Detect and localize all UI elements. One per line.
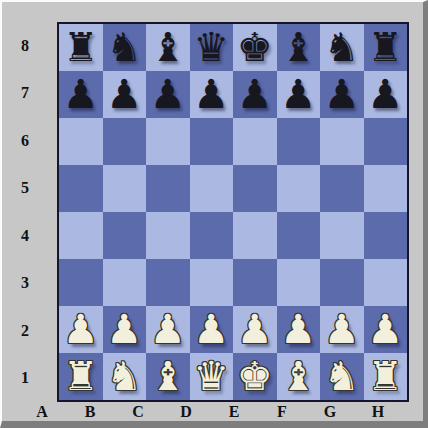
square-a4[interactable]	[59, 212, 103, 259]
square-f7[interactable]: ♟	[277, 71, 321, 118]
black-pawn-a7: ♟	[63, 74, 99, 114]
black-pawn-g7: ♟	[324, 74, 360, 114]
square-g5[interactable]	[320, 165, 364, 212]
square-f1[interactable]: ♝	[277, 353, 321, 400]
square-c8[interactable]: ♝	[146, 24, 190, 71]
square-c2[interactable]: ♟	[146, 306, 190, 353]
square-a1[interactable]: ♜	[59, 353, 103, 400]
square-f4[interactable]	[277, 212, 321, 259]
square-d6[interactable]	[190, 118, 234, 165]
square-d2[interactable]: ♟	[190, 306, 234, 353]
file-label-d: D	[162, 402, 210, 421]
file-label-h: H	[354, 402, 402, 421]
square-a2[interactable]: ♟	[59, 306, 103, 353]
square-e8[interactable]: ♚	[233, 24, 277, 71]
square-g3[interactable]	[320, 259, 364, 306]
square-c1[interactable]: ♝	[146, 353, 190, 400]
black-pawn-b7: ♟	[106, 74, 142, 114]
square-a3[interactable]	[59, 259, 103, 306]
square-g8[interactable]: ♞	[320, 24, 364, 71]
black-pawn-c7: ♟	[150, 74, 186, 114]
square-e2[interactable]: ♟	[233, 306, 277, 353]
white-rook-h1: ♜	[367, 356, 403, 396]
square-e6[interactable]	[233, 118, 277, 165]
black-queen-d8: ♛	[193, 27, 229, 67]
square-f5[interactable]	[277, 165, 321, 212]
square-g7[interactable]: ♟	[320, 71, 364, 118]
square-b1[interactable]: ♞	[103, 353, 147, 400]
square-c6[interactable]	[146, 118, 190, 165]
white-bishop-c1: ♝	[150, 356, 186, 396]
rank-label-7: 7	[2, 70, 48, 118]
square-b4[interactable]	[103, 212, 147, 259]
square-h7[interactable]: ♟	[364, 71, 408, 118]
square-b5[interactable]	[103, 165, 147, 212]
square-d7[interactable]: ♟	[190, 71, 234, 118]
file-label-e: E	[210, 402, 258, 421]
square-d3[interactable]	[190, 259, 234, 306]
white-bishop-f1: ♝	[280, 356, 316, 396]
square-e7[interactable]: ♟	[233, 71, 277, 118]
square-f8[interactable]: ♝	[277, 24, 321, 71]
square-a8[interactable]: ♜	[59, 24, 103, 71]
black-bishop-f8: ♝	[280, 27, 316, 67]
white-pawn-d2: ♟	[193, 309, 229, 349]
square-g4[interactable]	[320, 212, 364, 259]
square-c4[interactable]	[146, 212, 190, 259]
square-g1[interactable]: ♞	[320, 353, 364, 400]
square-h3[interactable]	[364, 259, 408, 306]
black-rook-h8: ♜	[367, 27, 403, 67]
square-d5[interactable]	[190, 165, 234, 212]
black-knight-b8: ♞	[106, 27, 142, 67]
rank-label-3: 3	[2, 260, 48, 308]
file-label-c: C	[114, 402, 162, 421]
square-h2[interactable]: ♟	[364, 306, 408, 353]
square-g6[interactable]	[320, 118, 364, 165]
black-pawn-h7: ♟	[367, 74, 403, 114]
white-pawn-f2: ♟	[280, 309, 316, 349]
black-rook-a8: ♜	[63, 27, 99, 67]
square-e4[interactable]	[233, 212, 277, 259]
square-h4[interactable]	[364, 212, 408, 259]
square-e5[interactable]	[233, 165, 277, 212]
chess-board-panel: 8 7 6 5 4 3 2 1 ♜♞♝♛♚♝♞♜♟♟♟♟♟♟♟♟♟♟♟♟♟♟♟♟…	[0, 0, 428, 428]
square-e3[interactable]	[233, 259, 277, 306]
white-rook-a1: ♜	[63, 356, 99, 396]
file-labels: A B C D E F G H	[18, 402, 402, 421]
square-d1[interactable]: ♛	[190, 353, 234, 400]
square-c5[interactable]	[146, 165, 190, 212]
file-label-b: B	[66, 402, 114, 421]
square-g2[interactable]: ♟	[320, 306, 364, 353]
square-d8[interactable]: ♛	[190, 24, 234, 71]
white-knight-g1: ♞	[324, 356, 360, 396]
square-h5[interactable]	[364, 165, 408, 212]
square-c7[interactable]: ♟	[146, 71, 190, 118]
white-pawn-c2: ♟	[150, 309, 186, 349]
white-knight-b1: ♞	[106, 356, 142, 396]
rank-label-6: 6	[2, 117, 48, 165]
square-b3[interactable]	[103, 259, 147, 306]
square-f6[interactable]	[277, 118, 321, 165]
rank-label-1: 1	[2, 355, 48, 403]
black-pawn-e7: ♟	[237, 74, 273, 114]
black-bishop-c8: ♝	[150, 27, 186, 67]
file-label-a: A	[18, 402, 66, 421]
white-pawn-h2: ♟	[367, 309, 403, 349]
square-a5[interactable]	[59, 165, 103, 212]
rank-label-4: 4	[2, 212, 48, 260]
square-b7[interactable]: ♟	[103, 71, 147, 118]
square-h8[interactable]: ♜	[364, 24, 408, 71]
rank-label-2: 2	[2, 307, 48, 355]
chess-board: ♜♞♝♛♚♝♞♜♟♟♟♟♟♟♟♟♟♟♟♟♟♟♟♟♜♞♝♛♚♝♞♜	[57, 22, 409, 402]
white-pawn-b2: ♟	[106, 309, 142, 349]
white-queen-d1: ♛	[193, 356, 229, 396]
square-f2[interactable]: ♟	[277, 306, 321, 353]
rank-labels: 8 7 6 5 4 3 2 1	[2, 22, 48, 402]
black-knight-g8: ♞	[324, 27, 360, 67]
square-c3[interactable]	[146, 259, 190, 306]
square-b8[interactable]: ♞	[103, 24, 147, 71]
square-e1[interactable]: ♚	[233, 353, 277, 400]
square-d4[interactable]	[190, 212, 234, 259]
square-h1[interactable]: ♜	[364, 353, 408, 400]
square-a7[interactable]: ♟	[59, 71, 103, 118]
black-pawn-f7: ♟	[280, 74, 316, 114]
rank-label-5: 5	[2, 165, 48, 213]
square-b6[interactable]	[103, 118, 147, 165]
square-a6[interactable]	[59, 118, 103, 165]
square-b2[interactable]: ♟	[103, 306, 147, 353]
file-label-g: G	[306, 402, 354, 421]
square-h6[interactable]	[364, 118, 408, 165]
white-pawn-e2: ♟	[237, 309, 273, 349]
rank-label-8: 8	[2, 22, 48, 70]
file-label-f: F	[258, 402, 306, 421]
black-king-e8: ♚	[237, 27, 273, 67]
white-pawn-g2: ♟	[324, 309, 360, 349]
white-king-e1: ♚	[237, 356, 273, 396]
black-pawn-d7: ♟	[193, 74, 229, 114]
square-f3[interactable]	[277, 259, 321, 306]
white-pawn-a2: ♟	[63, 309, 99, 349]
